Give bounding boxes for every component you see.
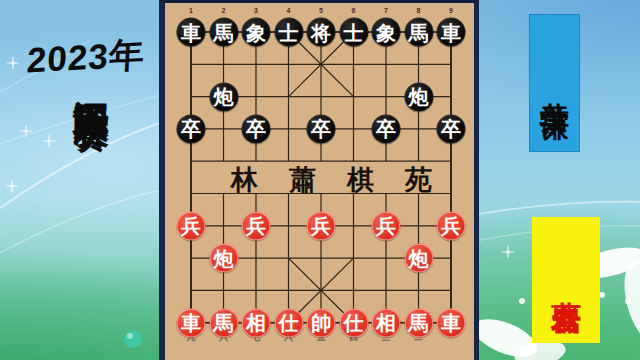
xiangqi-piece-red: 車: [437, 308, 466, 337]
file-label-top: 2: [222, 7, 226, 14]
red-player-name: 曹岩磊: [551, 277, 581, 283]
thumbnail-stage: 2023年 深圳国际赛决赛 林蕭棋苑 123456789九八七六五四三二一車馬象…: [0, 0, 640, 360]
xiangqi-piece-black: 炮: [404, 82, 433, 111]
xiangqi-piece-black: 炮: [209, 82, 238, 111]
xiangqi-piece-black: 車: [177, 18, 206, 47]
file-label-top: 7: [384, 7, 388, 14]
xiangqi-piece-black: 士: [339, 18, 368, 47]
file-label-top: 8: [417, 7, 421, 14]
xiangqi-piece-red: 仕: [274, 308, 303, 337]
xiangqi-piece-black: 車: [437, 18, 466, 47]
xiangqi-piece-red: 兵: [437, 211, 466, 240]
xiangqi-piece-red: 炮: [404, 244, 433, 273]
xiangqi-piece-red: 帥: [307, 308, 336, 337]
xiangqi-piece-black: 卒: [242, 114, 271, 143]
xiangqi-piece-red: 相: [372, 308, 401, 337]
xiangqi-piece-black: 象: [242, 18, 271, 47]
xiangqi-piece-red: 兵: [242, 211, 271, 240]
xiangqi-piece-black: 卒: [372, 114, 401, 143]
river-text: 林蕭棋苑: [231, 162, 463, 198]
xiangqi-piece-red: 兵: [372, 211, 401, 240]
xiangqi-piece-red: 馬: [404, 308, 433, 337]
xiangqi-piece-red: 仕: [339, 308, 368, 337]
xiangqi-piece-black: 象: [372, 18, 401, 47]
xiangqi-piece-black: 卒: [177, 114, 206, 143]
file-label-top: 4: [287, 7, 291, 14]
board-grid-area: 林蕭棋苑 123456789九八七六五四三二一車馬象士将士象馬車炮炮卒卒卒卒卒兵…: [165, 3, 474, 360]
xiangqi-piece-black: 卒: [307, 114, 336, 143]
xiangqi-board: 林蕭棋苑 123456789九八七六五四三二一車馬象士将士象馬車炮炮卒卒卒卒卒兵…: [159, 0, 479, 360]
file-label-top: 5: [319, 7, 323, 14]
xiangqi-piece-red: 兵: [307, 211, 336, 240]
file-label-top: 1: [189, 7, 193, 14]
xiangqi-piece-red: 馬: [209, 308, 238, 337]
xiangqi-piece-black: 士: [274, 18, 303, 47]
xiangqi-piece-black: 馬: [209, 18, 238, 47]
xiangqi-piece-red: 炮: [209, 244, 238, 273]
xiangqi-piece-black: 馬: [404, 18, 433, 47]
xiangqi-piece-red: 兵: [177, 211, 206, 240]
xiangqi-piece-red: 車: [177, 308, 206, 337]
black-player-tag: 黄学谦: [529, 14, 580, 152]
red-player-tag: 曹岩磊: [532, 217, 600, 343]
file-label-top: 3: [254, 7, 258, 14]
file-label-top: 6: [352, 7, 356, 14]
event-title-vertical: 深圳国际赛决赛: [69, 72, 113, 344]
xiangqi-piece-black: 卒: [437, 114, 466, 143]
xiangqi-piece-black: 将: [307, 18, 336, 47]
black-player-name: 黄学谦: [540, 79, 569, 88]
file-label-top: 9: [449, 7, 453, 14]
xiangqi-piece-red: 相: [242, 308, 271, 337]
